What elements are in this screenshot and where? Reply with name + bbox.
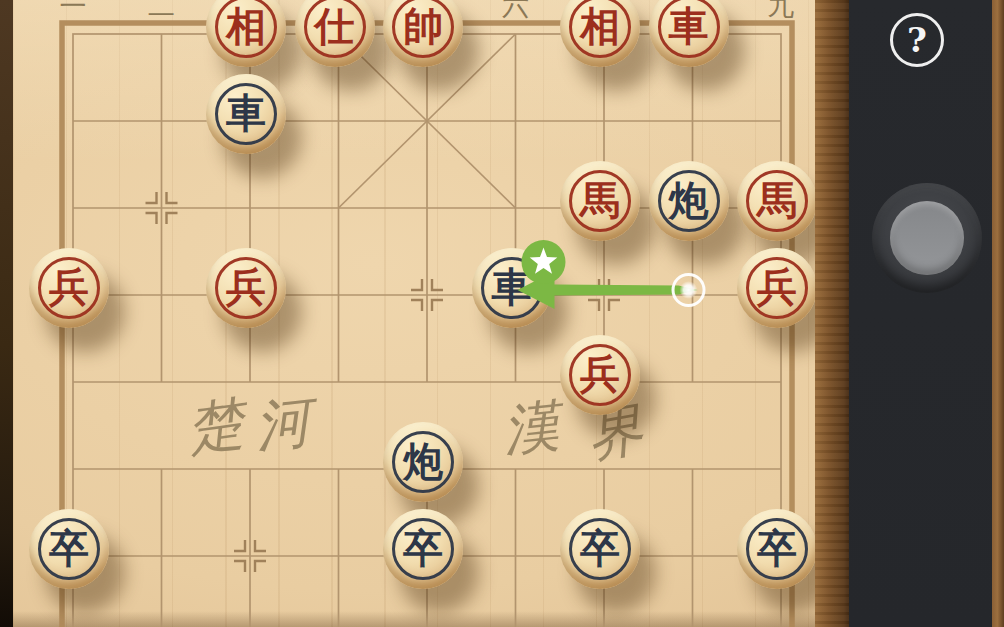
question-mark-icon: ? — [907, 20, 927, 60]
board-frame-right — [815, 0, 849, 627]
round-control-button-face — [890, 201, 964, 275]
board-frame-edge — [992, 0, 1004, 627]
origin-glow — [680, 281, 698, 299]
round-control-button[interactable] — [872, 183, 982, 293]
help-button[interactable]: ? — [890, 13, 944, 67]
xiangqi-game-screen: 一二三四五六七八九楚河漢界 相仕帥相車車馬炮馬兵兵車兵兵炮卒卒卒卒 ? — [0, 0, 1004, 627]
board-frame-left — [0, 0, 13, 627]
side-panel — [849, 0, 992, 627]
